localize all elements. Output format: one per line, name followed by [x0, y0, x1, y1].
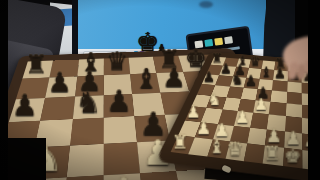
square	[66, 144, 103, 178]
white-chess-piece: ♟	[285, 129, 301, 147]
square	[103, 116, 137, 144]
letterbox-left	[0, 0, 8, 180]
black-chess-piece: ♝	[237, 54, 248, 67]
square	[104, 74, 133, 94]
square	[244, 143, 265, 163]
white-chess-piece: ♟	[266, 127, 282, 145]
black-chess-piece: ♜	[211, 52, 222, 65]
square: ♞	[72, 95, 103, 119]
phone-ui-chip	[214, 38, 223, 46]
white-chess-piece: ♜	[172, 133, 188, 151]
square	[132, 92, 165, 116]
square: ♟	[45, 77, 76, 98]
black-chess-piece: ♜	[158, 47, 180, 72]
white-chess-piece: ♚	[284, 146, 301, 165]
phone-ui-chip	[204, 39, 213, 47]
black-chess-piece: ♛	[249, 55, 260, 68]
square: ♛	[104, 58, 131, 76]
square	[222, 97, 241, 111]
square	[41, 96, 75, 120]
square	[62, 176, 104, 180]
phone-screen-chips	[194, 36, 233, 48]
phone-ui-chip	[194, 40, 203, 48]
square: ♟	[103, 174, 144, 180]
square: ♚	[282, 147, 302, 168]
square: ♝	[260, 69, 275, 80]
square: ♟	[103, 94, 134, 118]
square: ♞	[229, 76, 246, 87]
square: ♝	[77, 59, 104, 77]
square	[103, 142, 140, 175]
square	[69, 117, 103, 145]
square	[16, 78, 50, 99]
square	[50, 60, 79, 78]
black-chess-piece: ♛	[106, 49, 129, 74]
white-chess-piece: ♛	[226, 140, 243, 159]
black-chess-piece: ♝	[79, 50, 102, 75]
square: ♟	[75, 75, 104, 96]
black-chess-piece: ♜	[25, 52, 48, 78]
square: ♝	[130, 73, 160, 93]
phone-ui-chip	[224, 36, 233, 44]
square: ♜	[22, 61, 53, 79]
square: ♜	[263, 145, 283, 166]
square	[267, 115, 285, 131]
square: ♟	[157, 72, 189, 92]
screen-smudge	[199, 1, 213, 8]
letterbox-right	[308, 0, 320, 180]
square	[129, 57, 157, 75]
webcam-frame: ♚ ♟ ♜♝♛♜♚♟♟♝♟♟♟♟♞♟♟♞♟♟♟♟♟♟♟♟♜♝♛♜♚ ♜♝♛♜♚♟…	[0, 0, 320, 180]
white-chess-piece: ♜	[264, 144, 281, 163]
